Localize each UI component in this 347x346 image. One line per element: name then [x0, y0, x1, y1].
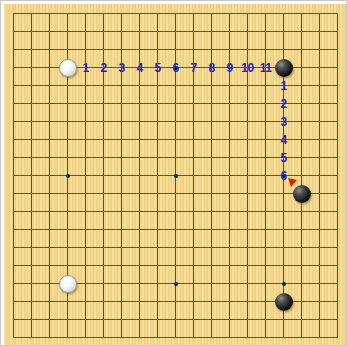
- count-label-4: 4: [280, 134, 286, 146]
- grid-line-horizontal: [13, 265, 338, 266]
- count-label-10: 10: [241, 62, 253, 74]
- white-stone-D16[interactable]: [59, 59, 77, 77]
- star-point: [66, 174, 70, 178]
- count-label-6: 6: [280, 170, 286, 182]
- star-point: [282, 282, 286, 286]
- grid-line-vertical: [301, 13, 302, 338]
- count-label-6: 6: [172, 62, 178, 74]
- count-label-11: 11: [260, 62, 272, 74]
- count-label-2: 2: [100, 62, 106, 74]
- last-move-arrow-icon: [287, 177, 298, 188]
- star-point: [174, 174, 178, 178]
- count-label-7: 7: [190, 62, 196, 74]
- grid-line-vertical: [337, 13, 338, 338]
- count-label-8: 8: [208, 62, 214, 74]
- count-label-4: 4: [136, 62, 142, 74]
- count-label-3: 3: [118, 62, 124, 74]
- star-point: [174, 282, 178, 286]
- count-label-1: 1: [280, 80, 286, 92]
- grid-line-horizontal: [13, 193, 338, 194]
- go-board-screenshot: 1234567891011123456: [0, 0, 347, 346]
- white-stone-D4[interactable]: [59, 275, 77, 293]
- grid-line-horizontal: [13, 247, 338, 248]
- count-label-1: 1: [82, 62, 88, 74]
- grid-line-horizontal: [13, 319, 338, 320]
- grid-line-horizontal: [13, 229, 338, 230]
- black-stone-Q3[interactable]: [275, 293, 293, 311]
- grid-line-vertical: [319, 13, 320, 338]
- grid-line-horizontal: [13, 211, 338, 212]
- count-label-2: 2: [280, 98, 286, 110]
- black-stone-Q16[interactable]: [275, 59, 293, 77]
- count-label-5: 5: [154, 62, 160, 74]
- go-board[interactable]: 1234567891011123456: [4, 4, 346, 345]
- grid-line-horizontal: [13, 337, 338, 338]
- count-label-3: 3: [280, 116, 286, 128]
- count-label-5: 5: [280, 152, 286, 164]
- count-label-9: 9: [226, 62, 232, 74]
